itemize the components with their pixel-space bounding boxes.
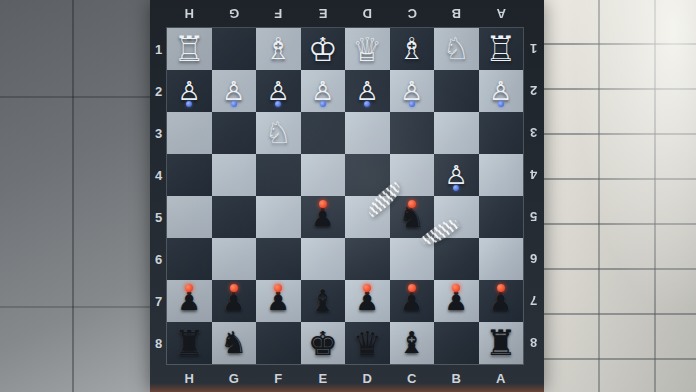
piece-black-queen-d8[interactable]: ♛ (345, 322, 390, 364)
square-h5[interactable] (167, 196, 212, 238)
file-label-e: E (301, 0, 346, 28)
square-d6[interactable] (345, 238, 390, 280)
square-h1[interactable]: ♖ (167, 28, 212, 70)
square-c7[interactable]: ♟ (390, 280, 435, 322)
floor-seam (0, 96, 156, 98)
piece-white-pawn-d2[interactable]: ♙ (345, 70, 390, 112)
floor-seam (72, 0, 74, 392)
square-f1[interactable]: ♗ (256, 28, 301, 70)
rank-label-4: 4 (523, 154, 544, 196)
piece-black-knight-c5[interactable]: ♞ (390, 196, 435, 238)
square-d7[interactable]: ♟ (345, 280, 390, 322)
square-h3[interactable] (167, 112, 212, 154)
square-b1[interactable]: ♘ (434, 28, 479, 70)
piece-white-rook-h1[interactable]: ♖ (167, 28, 212, 70)
square-d2[interactable]: ♙ (345, 70, 390, 112)
file-labels-top: HGFEDCBA (167, 0, 523, 28)
file-label-g: G (212, 0, 257, 28)
rank-label-3: 3 (523, 112, 544, 154)
piece-black-king-e8[interactable]: ♚ (301, 322, 346, 364)
square-f6[interactable] (256, 238, 301, 280)
piece-white-king-e1[interactable]: ♔ (301, 28, 346, 70)
rank-label-2: 2 (150, 70, 167, 112)
chess-board-frame: HGFEDCBA HGFEDCBA 12345678 12345678 ♖♗♔♕… (150, 0, 544, 392)
square-e4[interactable] (301, 154, 346, 196)
piece-black-bishop-c8[interactable]: ♝ (390, 322, 435, 364)
square-c4[interactable] (390, 154, 435, 196)
rank-labels-right: 12345678 (523, 28, 544, 364)
square-g4[interactable] (212, 154, 257, 196)
square-f8[interactable] (256, 322, 301, 364)
rank-label-1: 1 (150, 28, 167, 70)
square-a2[interactable]: ♙ (479, 70, 524, 112)
square-b7[interactable]: ♟ (434, 280, 479, 322)
piece-white-queen-d1[interactable]: ♕ (345, 28, 390, 70)
piece-black-pawn-b7[interactable]: ♟ (434, 280, 479, 322)
piece-white-pawn-c2[interactable]: ♙ (390, 70, 435, 112)
piece-white-rook-a1[interactable]: ♖ (479, 28, 524, 70)
square-b3[interactable] (434, 112, 479, 154)
square-f7[interactable]: ♟ (256, 280, 301, 322)
piece-black-bishop-e7[interactable]: ♝ (301, 280, 346, 322)
marble-floor-right (544, 0, 696, 392)
square-f5[interactable] (256, 196, 301, 238)
piece-black-rook-a8[interactable]: ♜ (479, 322, 524, 364)
rank-label-7: 7 (523, 280, 544, 322)
square-d1[interactable]: ♕ (345, 28, 390, 70)
piece-white-pawn-f2[interactable]: ♙ (256, 70, 301, 112)
square-f3[interactable]: ♘ (256, 112, 301, 154)
piece-black-rook-h8[interactable]: ♜ (167, 322, 212, 364)
square-e7[interactable]: ♝ (301, 280, 346, 322)
marble-floor-left (0, 0, 156, 392)
piece-white-pawn-a2[interactable]: ♙ (479, 70, 524, 112)
square-e6[interactable] (301, 238, 346, 280)
chess-app-screenshot: HGFEDCBA HGFEDCBA 12345678 12345678 ♖♗♔♕… (0, 0, 696, 392)
square-g2[interactable]: ♙ (212, 70, 257, 112)
file-label-d: D (345, 0, 390, 28)
board-grid[interactable]: ♖♗♔♕♗♘♖♙♙♙♙♙♙♙♘♙♟♞♟♟♟♝♟♟♟♟♜♞♚♛♝♜ (167, 28, 523, 364)
square-d3[interactable] (345, 112, 390, 154)
square-e8[interactable]: ♚ (301, 322, 346, 364)
file-label-f: F (256, 0, 301, 28)
piece-white-pawn-h2[interactable]: ♙ (167, 70, 212, 112)
square-g5[interactable] (212, 196, 257, 238)
square-a6[interactable] (479, 238, 524, 280)
file-label-h: H (167, 0, 212, 28)
piece-white-knight-f3[interactable]: ♘ (256, 112, 301, 154)
square-g3[interactable] (212, 112, 257, 154)
square-d5[interactable] (345, 196, 390, 238)
rank-label-1: 1 (523, 28, 544, 70)
rank-label-5: 5 (523, 196, 544, 238)
square-a8[interactable]: ♜ (479, 322, 524, 364)
piece-black-knight-g8[interactable]: ♞ (212, 322, 257, 364)
square-d8[interactable]: ♛ (345, 322, 390, 364)
square-a1[interactable]: ♖ (479, 28, 524, 70)
file-label-a: A (479, 0, 524, 28)
square-c5[interactable]: ♞ (390, 196, 435, 238)
piece-black-pawn-g7[interactable]: ♟ (212, 280, 257, 322)
piece-white-knight-b1[interactable]: ♘ (434, 28, 479, 70)
square-h7[interactable]: ♟ (167, 280, 212, 322)
piece-white-pawn-e2[interactable]: ♙ (301, 70, 346, 112)
square-a5[interactable] (479, 196, 524, 238)
rank-label-6: 6 (523, 238, 544, 280)
rank-label-6: 6 (150, 238, 167, 280)
square-g7[interactable]: ♟ (212, 280, 257, 322)
square-a4[interactable] (479, 154, 524, 196)
square-g8[interactable]: ♞ (212, 322, 257, 364)
file-label-c: C (390, 0, 435, 28)
piece-white-bishop-f1[interactable]: ♗ (256, 28, 301, 70)
piece-white-pawn-g2[interactable]: ♙ (212, 70, 257, 112)
piece-white-pawn-b4[interactable]: ♙ (434, 154, 479, 196)
rank-label-2: 2 (523, 70, 544, 112)
file-label-b: B (434, 0, 479, 28)
square-e3[interactable] (301, 112, 346, 154)
square-g6[interactable] (212, 238, 257, 280)
square-c2[interactable]: ♙ (390, 70, 435, 112)
square-e5[interactable]: ♟ (301, 196, 346, 238)
rank-label-8: 8 (150, 322, 167, 364)
floor-seam (0, 306, 156, 308)
rank-label-5: 5 (150, 196, 167, 238)
square-h6[interactable] (167, 238, 212, 280)
rank-labels-left: 12345678 (150, 28, 167, 364)
piece-black-pawn-d7[interactable]: ♟ (345, 280, 390, 322)
piece-black-pawn-e5[interactable]: ♟ (301, 196, 346, 238)
square-b8[interactable] (434, 322, 479, 364)
square-f4[interactable] (256, 154, 301, 196)
square-b5[interactable] (434, 196, 479, 238)
square-a3[interactable] (479, 112, 524, 154)
rank-label-8: 8 (523, 322, 544, 364)
square-g1[interactable] (212, 28, 257, 70)
piece-black-pawn-f7[interactable]: ♟ (256, 280, 301, 322)
square-h8[interactable]: ♜ (167, 322, 212, 364)
square-f2[interactable]: ♙ (256, 70, 301, 112)
square-b2[interactable] (434, 70, 479, 112)
sunlight-highlight (544, 0, 696, 392)
piece-black-pawn-h7[interactable]: ♟ (167, 280, 212, 322)
square-e1[interactable]: ♔ (301, 28, 346, 70)
square-d4[interactable] (345, 154, 390, 196)
rank-label-7: 7 (150, 280, 167, 322)
warm-light-edge (150, 383, 544, 392)
piece-white-bishop-c1[interactable]: ♗ (390, 28, 435, 70)
square-e2[interactable]: ♙ (301, 70, 346, 112)
piece-black-pawn-c7[interactable]: ♟ (390, 280, 435, 322)
square-c6[interactable] (390, 238, 435, 280)
square-h2[interactable]: ♙ (167, 70, 212, 112)
square-c1[interactable]: ♗ (390, 28, 435, 70)
rank-label-4: 4 (150, 154, 167, 196)
square-c3[interactable] (390, 112, 435, 154)
square-c8[interactable]: ♝ (390, 322, 435, 364)
square-h4[interactable] (167, 154, 212, 196)
square-b6[interactable] (434, 238, 479, 280)
square-a7[interactable]: ♟ (479, 280, 524, 322)
piece-black-pawn-a7[interactable]: ♟ (479, 280, 524, 322)
square-b4[interactable]: ♙ (434, 154, 479, 196)
rank-label-3: 3 (150, 112, 167, 154)
